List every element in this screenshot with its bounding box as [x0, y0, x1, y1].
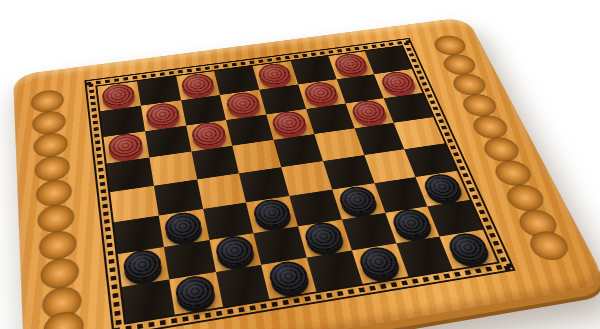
black-checker[interactable]	[356, 245, 401, 279]
red-checker[interactable]	[101, 82, 136, 107]
board-perspective-wrap	[22, 0, 542, 329]
black-checker[interactable]	[214, 234, 256, 267]
decorative-border-dash-band	[86, 39, 512, 329]
black-checker[interactable]	[123, 248, 164, 282]
black-checker[interactable]	[303, 221, 346, 253]
black-checker[interactable]	[389, 207, 433, 239]
red-checker[interactable]	[349, 99, 388, 125]
red-checker[interactable]	[180, 72, 216, 96]
decorative-border-inner-line	[95, 45, 500, 325]
red-checker[interactable]	[224, 91, 261, 116]
red-checker[interactable]	[108, 132, 145, 160]
board-square[interactable]	[122, 280, 175, 323]
red-checker[interactable]	[270, 110, 308, 136]
black-checker[interactable]	[266, 259, 310, 294]
photo-background	[0, 0, 600, 329]
black-checker[interactable]	[445, 231, 491, 264]
black-checker[interactable]	[336, 184, 379, 214]
checkers-board	[13, 17, 600, 329]
black-checker[interactable]	[163, 210, 203, 242]
red-checker[interactable]	[332, 52, 369, 75]
red-checker[interactable]	[378, 70, 417, 94]
black-checker[interactable]	[174, 274, 217, 310]
red-checker[interactable]	[302, 80, 340, 105]
board-square[interactable]	[215, 265, 269, 307]
red-checker[interactable]	[145, 101, 181, 127]
black-checker[interactable]	[251, 197, 292, 228]
left-piece-groove	[30, 87, 86, 329]
play-grid	[97, 46, 497, 322]
red-checker[interactable]	[257, 62, 293, 86]
red-checker[interactable]	[190, 121, 228, 148]
black-checker[interactable]	[420, 172, 464, 202]
board-square[interactable]	[169, 272, 223, 314]
